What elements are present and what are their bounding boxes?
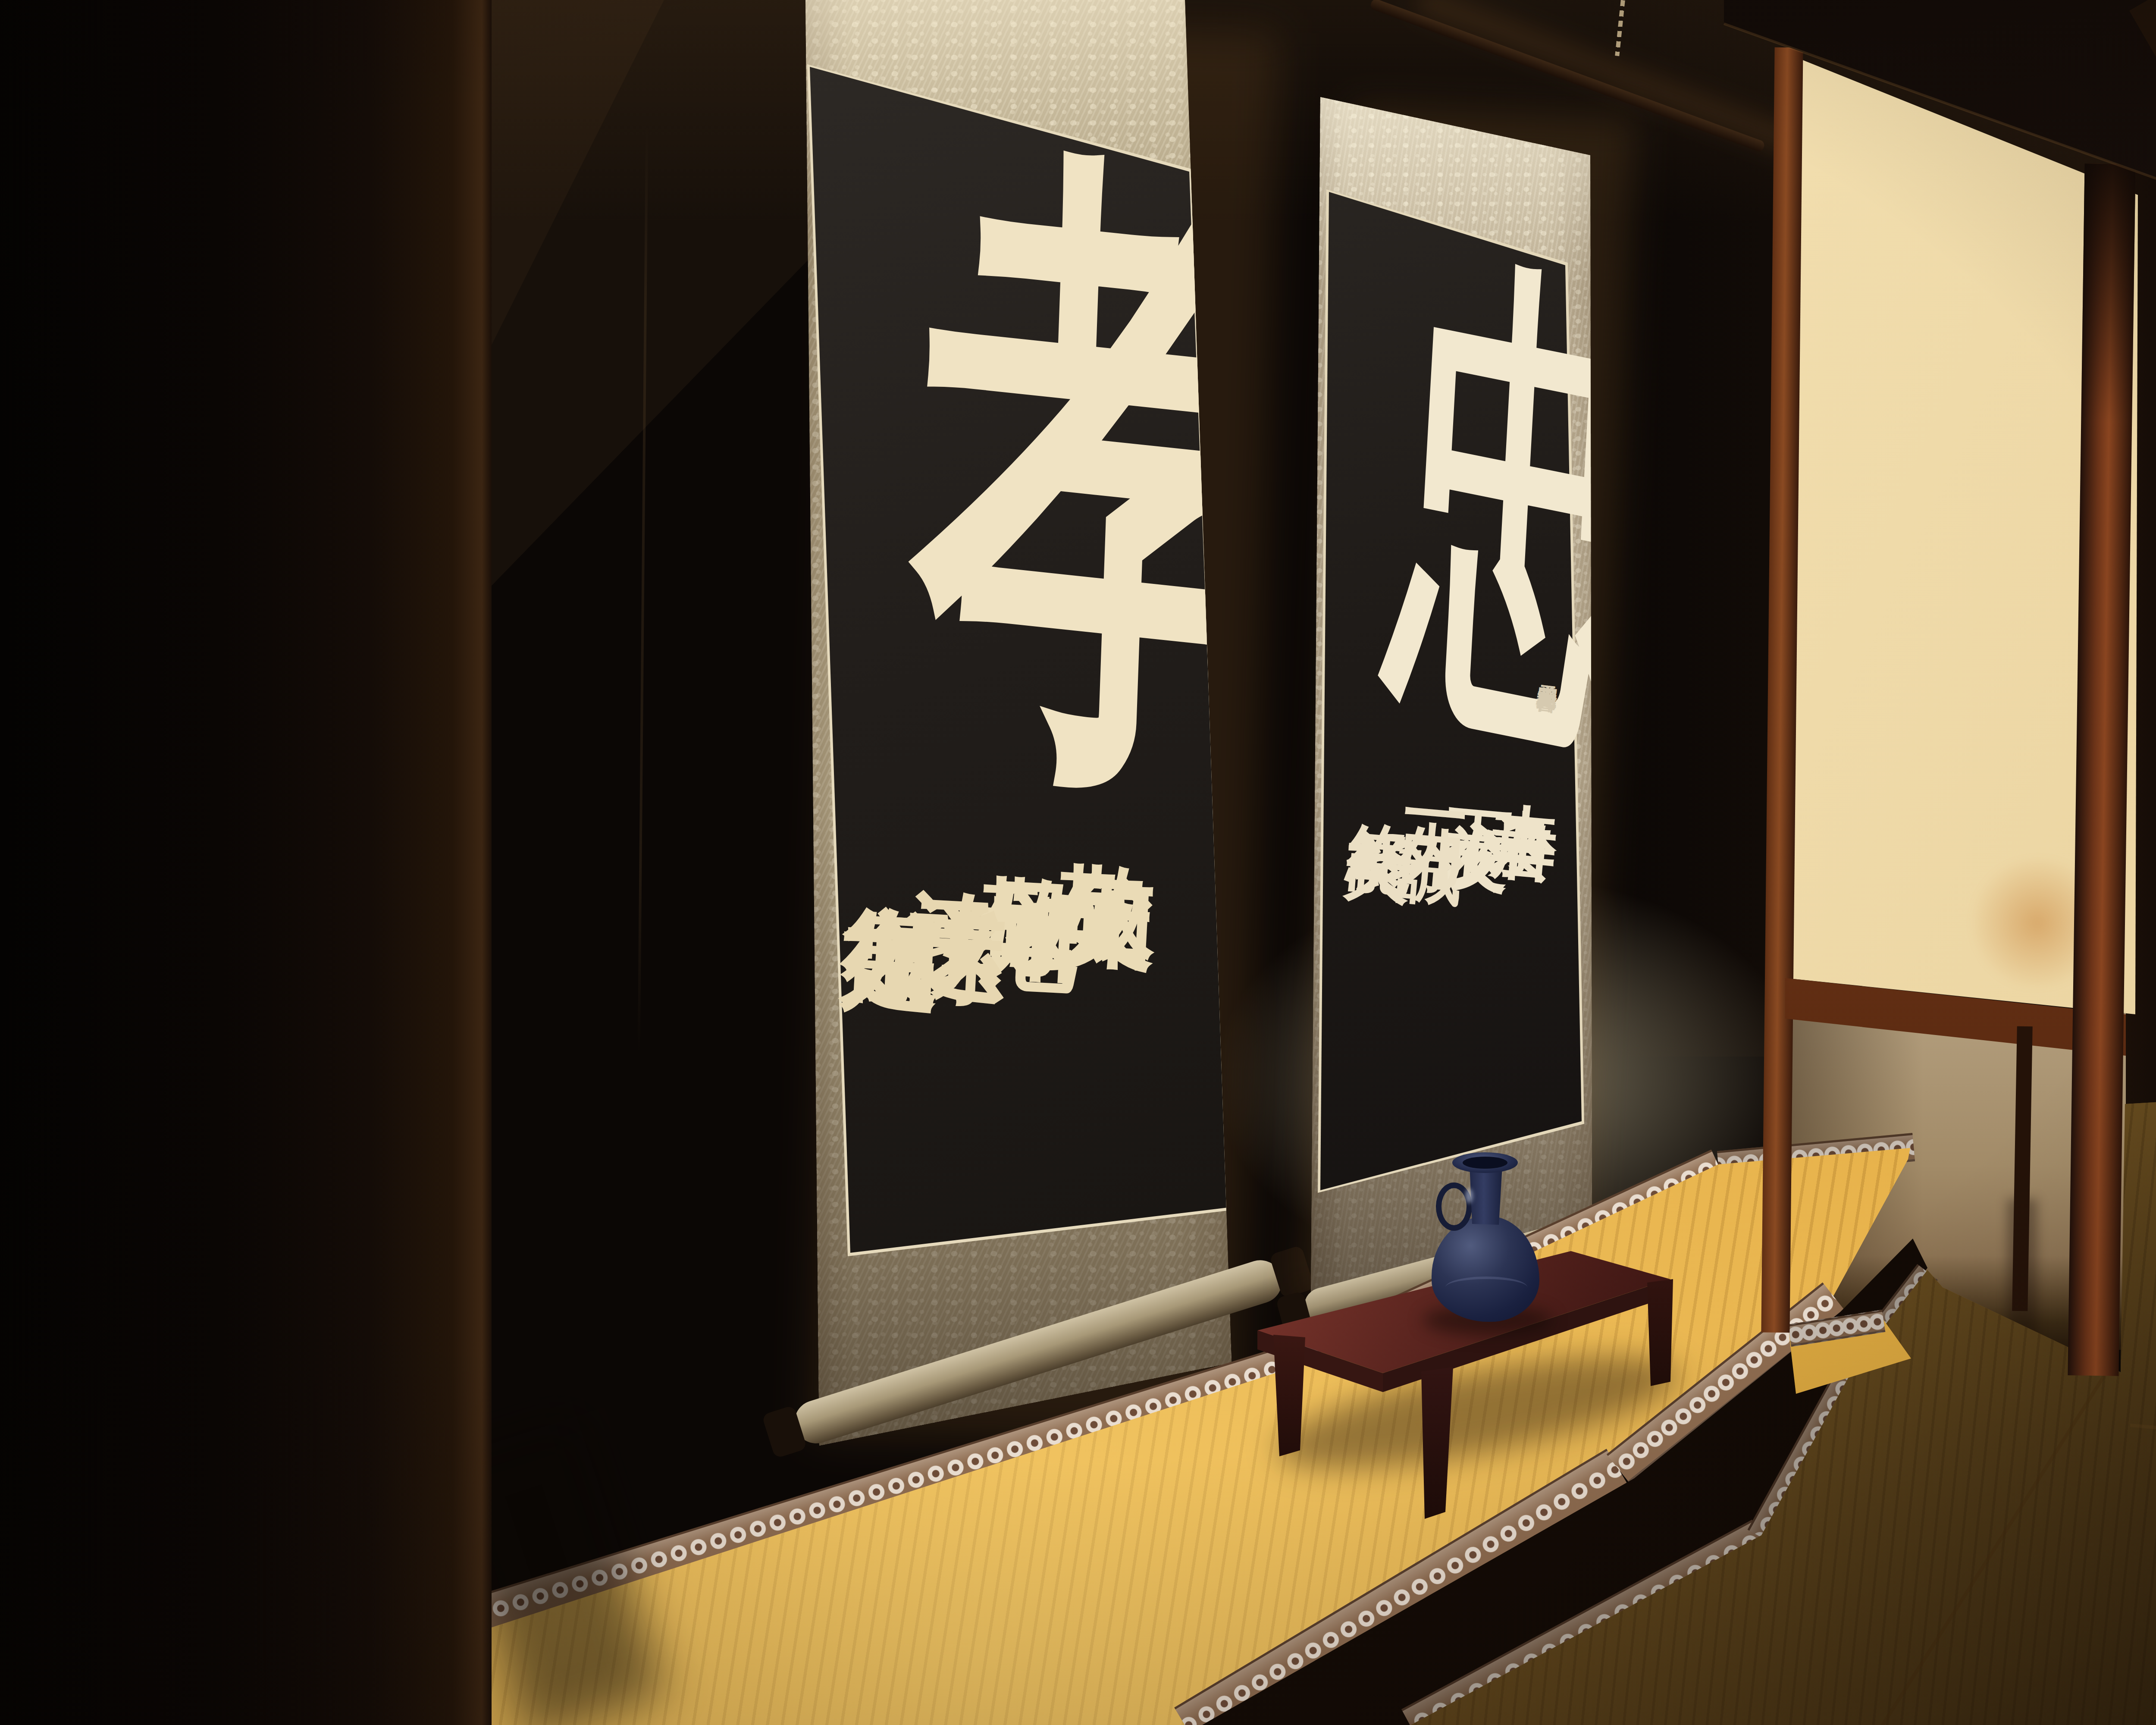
roller-cap <box>761 1405 807 1459</box>
vase-rim-mouth <box>1463 1157 1507 1169</box>
post-top-fade <box>2081 163 2135 423</box>
main-character-right: 忠 <box>1383 242 1532 739</box>
vase-highlight <box>1465 1189 1473 1203</box>
vase-ring-line <box>1445 1276 1527 1298</box>
main-character-left: 孝 <box>907 132 1144 800</box>
left-scroll: 孝 敬父如天 敬母如地 汝之子孫 亦復如是 <box>805 0 1241 1451</box>
tatami-room-photo: 孝 敬父如天 敬母如地 汝之子孫 亦復如是 忠 宋丞相文天祥書 上事於君 下交於… <box>0 0 2156 1725</box>
right-scroll: 忠 宋丞相文天祥書 上事於君 下交於友 内外一誠 終能長久 <box>1311 94 1597 1311</box>
wooden-pillar <box>0 0 492 1725</box>
